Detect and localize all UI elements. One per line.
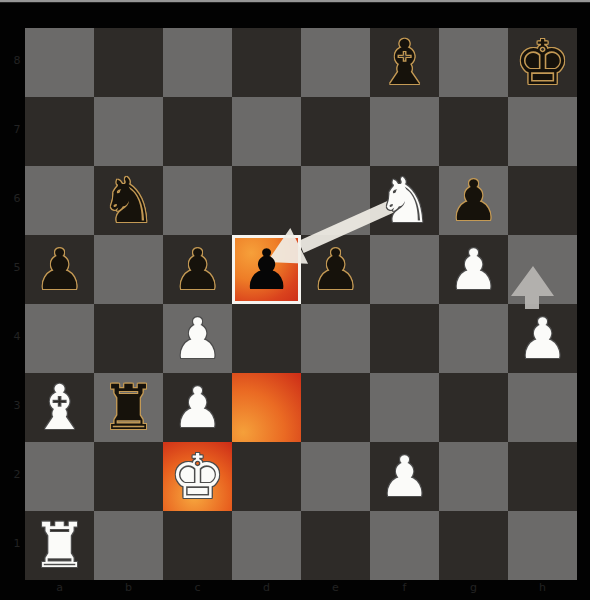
piece-white-pawn-h4[interactable]: ♟: [508, 304, 577, 373]
piece-layer: ♝♚♞♞♟♟♟♟♟♟♟♟♝♜♟♚♟♜: [25, 28, 577, 580]
piece-white-pawn-c4[interactable]: ♟: [163, 304, 232, 373]
rank-label-2: 2: [11, 468, 23, 481]
piece-black-pawn-c5[interactable]: ♟: [163, 235, 232, 304]
piece-black-pawn-a5[interactable]: ♟: [25, 235, 94, 304]
file-label-g: g: [439, 581, 508, 594]
rank-label-6: 6: [11, 192, 23, 205]
piece-white-king-c2[interactable]: ♚: [163, 442, 232, 511]
file-label-h: h: [508, 581, 577, 594]
piece-black-bishop-f8[interactable]: ♝: [370, 28, 439, 97]
piece-white-knight-f6[interactable]: ♞: [370, 166, 439, 235]
piece-black-pawn-g6[interactable]: ♟: [439, 166, 508, 235]
file-label-b: b: [94, 581, 163, 594]
piece-white-pawn-g5[interactable]: ♟: [439, 235, 508, 304]
piece-black-pawn-d5[interactable]: ♟: [232, 235, 301, 304]
file-label-e: e: [301, 581, 370, 594]
piece-black-rook-b3[interactable]: ♜: [94, 373, 163, 442]
file-label-c: c: [163, 581, 232, 594]
file-label-d: d: [232, 581, 301, 594]
file-label-f: f: [370, 581, 439, 594]
piece-black-knight-b6[interactable]: ♞: [94, 166, 163, 235]
window-top-divider-shadow: [0, 2, 590, 3]
piece-white-bishop-a3[interactable]: ♝: [25, 373, 94, 442]
file-label-a: a: [25, 581, 94, 594]
piece-white-pawn-f2[interactable]: ♟: [370, 442, 439, 511]
rank-label-4: 4: [11, 330, 23, 343]
piece-black-king-h8[interactable]: ♚: [508, 28, 577, 97]
piece-white-rook-a1[interactable]: ♜: [25, 511, 94, 580]
rank-label-7: 7: [11, 123, 23, 136]
rank-label-8: 8: [11, 54, 23, 67]
piece-white-pawn-c3[interactable]: ♟: [163, 373, 232, 442]
chess-app-screenshot: 87654321abcdefgh ♝♚♞♞♟♟♟♟♟♟♟♟♝♜♟♚♟♜: [0, 0, 590, 600]
rank-label-3: 3: [11, 399, 23, 412]
rank-label-1: 1: [11, 537, 23, 550]
rank-label-5: 5: [11, 261, 23, 274]
piece-black-pawn-e5[interactable]: ♟: [301, 235, 370, 304]
